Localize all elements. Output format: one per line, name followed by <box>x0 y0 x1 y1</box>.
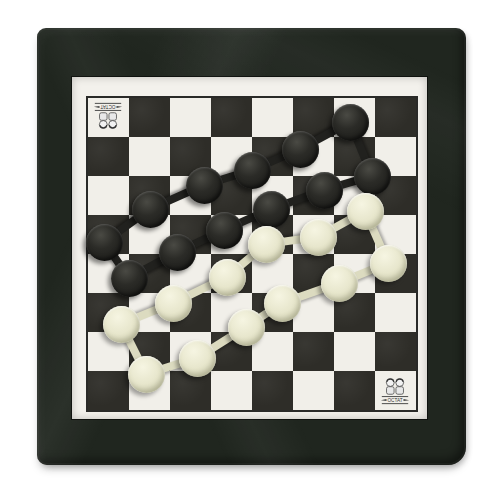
pieces-layer <box>0 0 500 500</box>
black-checker[interactable] <box>332 104 369 141</box>
white-checker[interactable] <box>209 259 246 296</box>
white-checker[interactable] <box>347 193 384 230</box>
black-checker[interactable] <box>159 234 196 271</box>
white-checker[interactable] <box>103 306 140 343</box>
product-photo-stage: OCTAT OCTAT <box>0 0 500 500</box>
black-checker[interactable] <box>111 260 148 297</box>
white-checker[interactable] <box>370 245 407 282</box>
white-checker[interactable] <box>179 340 216 377</box>
black-checker[interactable] <box>282 131 319 168</box>
white-checker[interactable] <box>264 285 301 322</box>
white-checker[interactable] <box>321 265 358 302</box>
white-checker[interactable] <box>155 285 192 322</box>
black-checker[interactable] <box>206 212 243 249</box>
black-checker[interactable] <box>132 191 169 228</box>
black-checker[interactable] <box>354 158 391 195</box>
white-checker[interactable] <box>300 219 337 256</box>
black-checker[interactable] <box>306 172 343 209</box>
white-checker[interactable] <box>228 309 265 346</box>
black-checker[interactable] <box>234 152 271 189</box>
black-checker[interactable] <box>186 167 223 204</box>
white-checker[interactable] <box>248 226 285 263</box>
black-checker[interactable] <box>253 191 290 228</box>
black-checker[interactable] <box>86 224 123 261</box>
white-checker[interactable] <box>128 356 165 393</box>
